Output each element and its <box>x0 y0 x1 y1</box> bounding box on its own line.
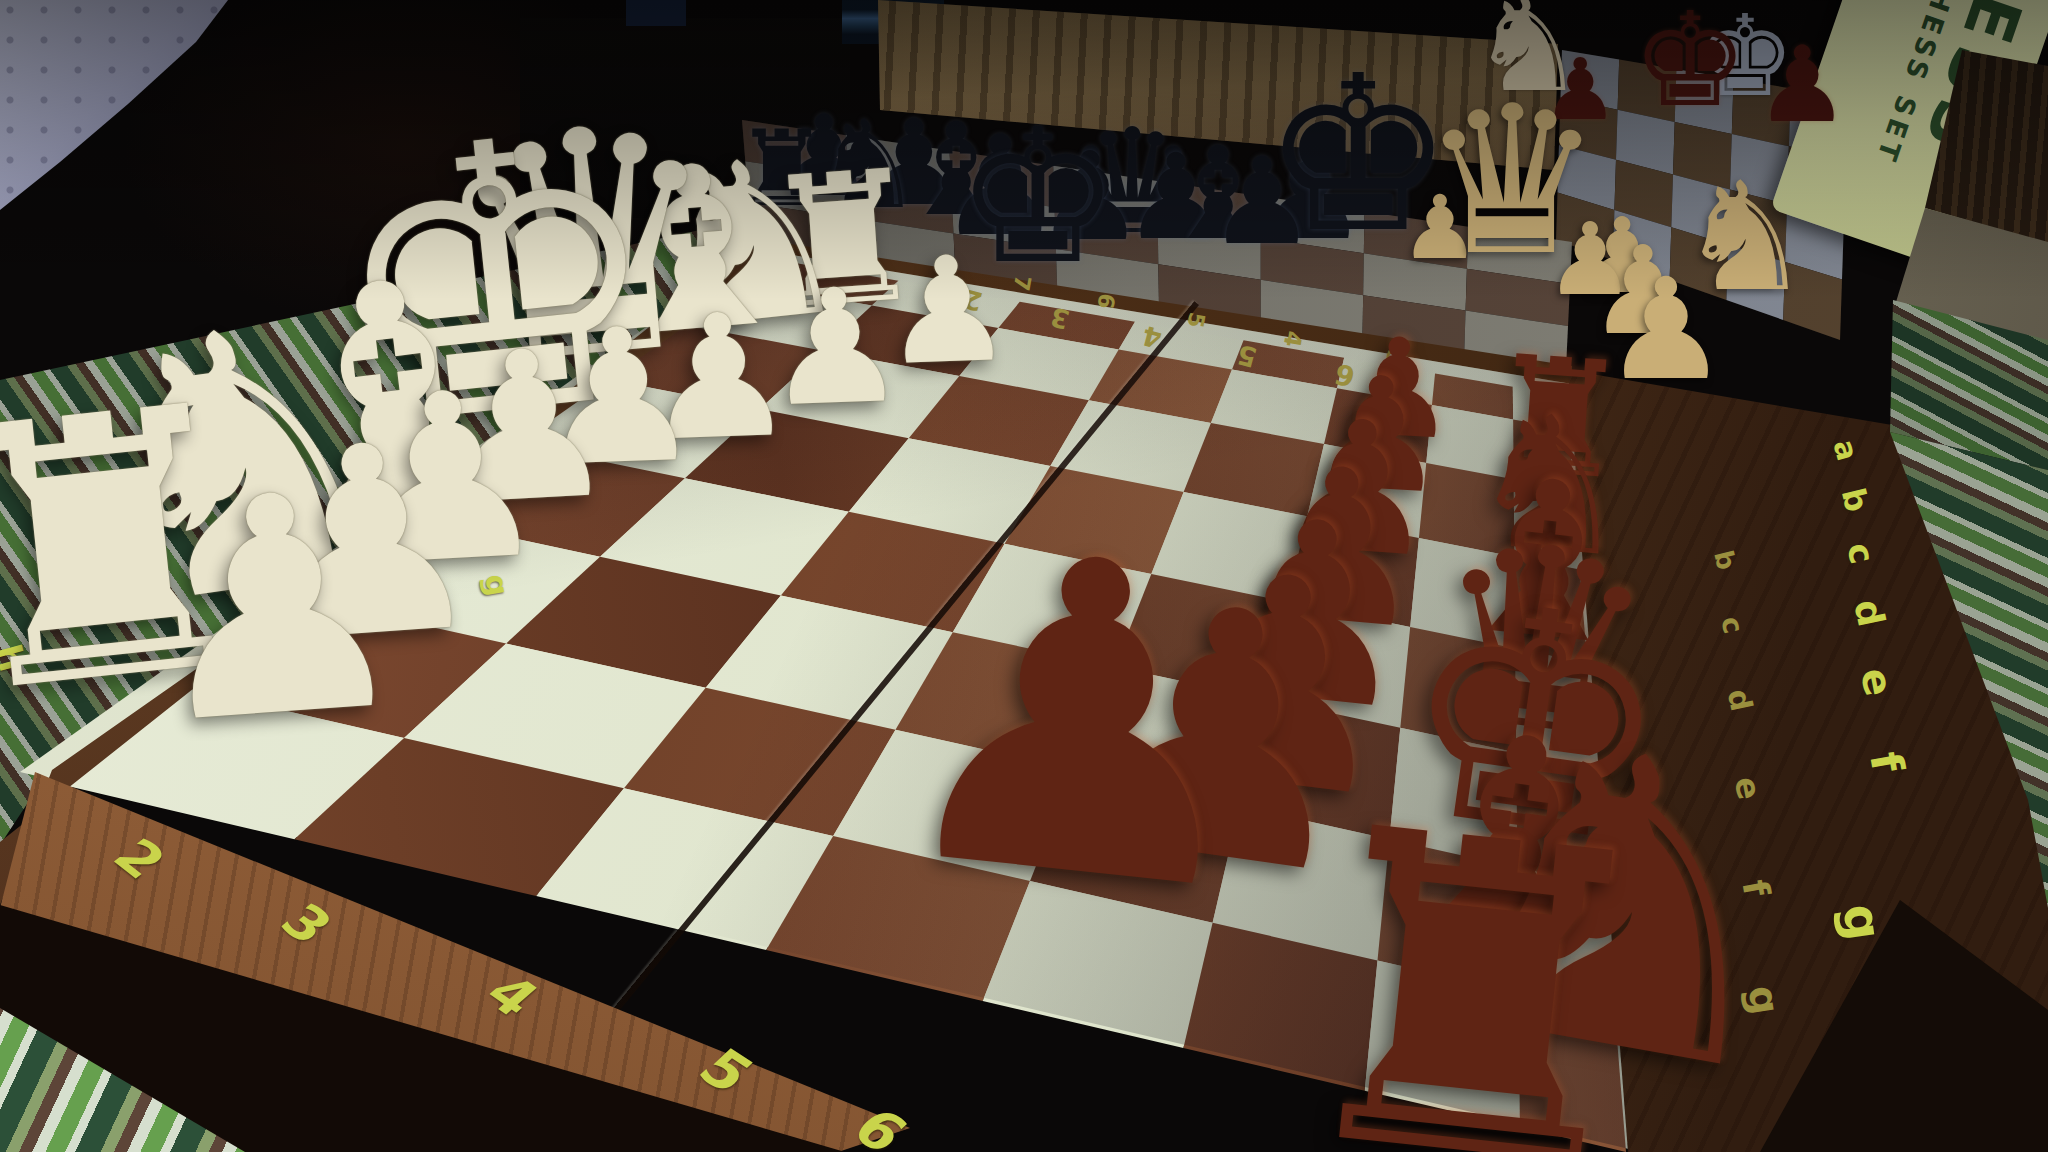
piece-black-pawn-h7[interactable]: ♟ <box>868 487 1296 955</box>
background-piece-p: ♟ <box>1755 33 1849 138</box>
blue-box-glow <box>626 0 686 26</box>
chess-photo-scene: ESS HESS SET ♞♚♚♟♟♟♜♟♞♝♛♟♟♟♝♟♟♚♟♛♚♟♟♞♟♟ … <box>0 0 2048 1152</box>
background-piece-k: ♚ <box>1632 0 1749 125</box>
piece-black-rook-h8[interactable]: ♜ <box>1261 767 1689 1152</box>
piece-white-pawn-h2[interactable]: ♟ <box>132 449 421 767</box>
